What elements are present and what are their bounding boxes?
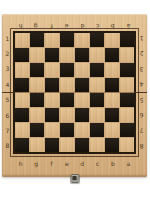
rank-labels-right: 12345678 <box>137 31 146 154</box>
latch-slot <box>73 176 77 180</box>
rank-label-right-3: 3 <box>137 62 146 77</box>
square-d8[interactable] <box>75 138 89 152</box>
square-g8[interactable] <box>30 138 44 152</box>
file-label-bottom-c: c <box>90 158 105 170</box>
square-d4[interactable] <box>75 78 89 92</box>
latch-icon <box>70 174 79 183</box>
square-f1[interactable] <box>45 33 59 47</box>
file-labels-bottom: hgfedcba <box>13 158 136 170</box>
square-e3[interactable] <box>60 63 74 77</box>
rank-label-left-6: 6 <box>3 108 12 123</box>
square-d5[interactable] <box>75 93 89 107</box>
square-g5[interactable] <box>30 93 44 107</box>
square-g2[interactable] <box>30 48 44 62</box>
square-a5[interactable] <box>120 93 134 107</box>
square-b1[interactable] <box>105 33 119 47</box>
rank-label-right-8: 8 <box>137 139 146 154</box>
square-f8[interactable] <box>45 138 59 152</box>
square-c6[interactable] <box>90 108 104 122</box>
square-g7[interactable] <box>30 123 44 137</box>
square-d3[interactable] <box>75 63 89 77</box>
square-b5[interactable] <box>105 93 119 107</box>
square-d6[interactable] <box>75 108 89 122</box>
square-g3[interactable] <box>30 63 44 77</box>
square-b4[interactable] <box>105 78 119 92</box>
file-label-bottom-b: b <box>105 158 120 170</box>
square-b6[interactable] <box>105 108 119 122</box>
rank-label-right-2: 2 <box>137 46 146 61</box>
square-a1[interactable] <box>120 33 134 47</box>
square-c2[interactable] <box>90 48 104 62</box>
chess-board: hgfedcba 12345678 12345678 hgfedcba <box>2 14 147 177</box>
file-label-bottom-e: e <box>59 158 74 170</box>
rank-label-right-7: 7 <box>137 123 146 138</box>
square-h8[interactable] <box>15 138 29 152</box>
file-label-bottom-f: f <box>44 158 59 170</box>
square-h1[interactable] <box>15 33 29 47</box>
square-a7[interactable] <box>120 123 134 137</box>
file-label-bottom-h: h <box>13 158 28 170</box>
square-e4[interactable] <box>60 78 74 92</box>
square-b2[interactable] <box>105 48 119 62</box>
square-g4[interactable] <box>30 78 44 92</box>
square-e2[interactable] <box>60 48 74 62</box>
square-b3[interactable] <box>105 63 119 77</box>
square-c5[interactable] <box>90 93 104 107</box>
square-g6[interactable] <box>30 108 44 122</box>
square-f4[interactable] <box>45 78 59 92</box>
rank-label-right-6: 6 <box>137 108 146 123</box>
file-label-bottom-g: g <box>28 158 43 170</box>
square-a4[interactable] <box>120 78 134 92</box>
square-b7[interactable] <box>105 123 119 137</box>
square-d2[interactable] <box>75 48 89 62</box>
square-f7[interactable] <box>45 123 59 137</box>
square-e7[interactable] <box>60 123 74 137</box>
square-f5[interactable] <box>45 93 59 107</box>
square-h2[interactable] <box>15 48 29 62</box>
rank-label-left-1: 1 <box>3 31 12 46</box>
square-h5[interactable] <box>15 93 29 107</box>
square-c8[interactable] <box>90 138 104 152</box>
rank-label-left-3: 3 <box>3 62 12 77</box>
rank-label-left-7: 7 <box>3 123 12 138</box>
rank-label-left-8: 8 <box>3 139 12 154</box>
square-g1[interactable] <box>30 33 44 47</box>
square-c3[interactable] <box>90 63 104 77</box>
square-h3[interactable] <box>15 63 29 77</box>
square-a2[interactable] <box>120 48 134 62</box>
square-d7[interactable] <box>75 123 89 137</box>
square-e8[interactable] <box>60 138 74 152</box>
square-c1[interactable] <box>90 33 104 47</box>
file-label-bottom-a: a <box>121 158 136 170</box>
rank-label-left-4: 4 <box>3 77 12 92</box>
rank-label-right-1: 1 <box>137 31 146 46</box>
square-d1[interactable] <box>75 33 89 47</box>
rank-label-right-4: 4 <box>137 77 146 92</box>
square-c4[interactable] <box>90 78 104 92</box>
square-a3[interactable] <box>120 63 134 77</box>
rank-label-left-5: 5 <box>3 93 12 108</box>
square-h4[interactable] <box>15 78 29 92</box>
square-h7[interactable] <box>15 123 29 137</box>
square-a8[interactable] <box>120 138 134 152</box>
square-c7[interactable] <box>90 123 104 137</box>
square-e6[interactable] <box>60 108 74 122</box>
square-f6[interactable] <box>45 108 59 122</box>
file-label-bottom-d: d <box>75 158 90 170</box>
square-a6[interactable] <box>120 108 134 122</box>
square-f2[interactable] <box>45 48 59 62</box>
rank-label-left-2: 2 <box>3 46 12 61</box>
square-f3[interactable] <box>45 63 59 77</box>
square-b8[interactable] <box>105 138 119 152</box>
playing-field <box>13 31 136 154</box>
rank-label-right-5: 5 <box>137 93 146 108</box>
square-e5[interactable] <box>60 93 74 107</box>
rank-labels-left: 12345678 <box>3 31 12 154</box>
square-e1[interactable] <box>60 33 74 47</box>
square-h6[interactable] <box>15 108 29 122</box>
